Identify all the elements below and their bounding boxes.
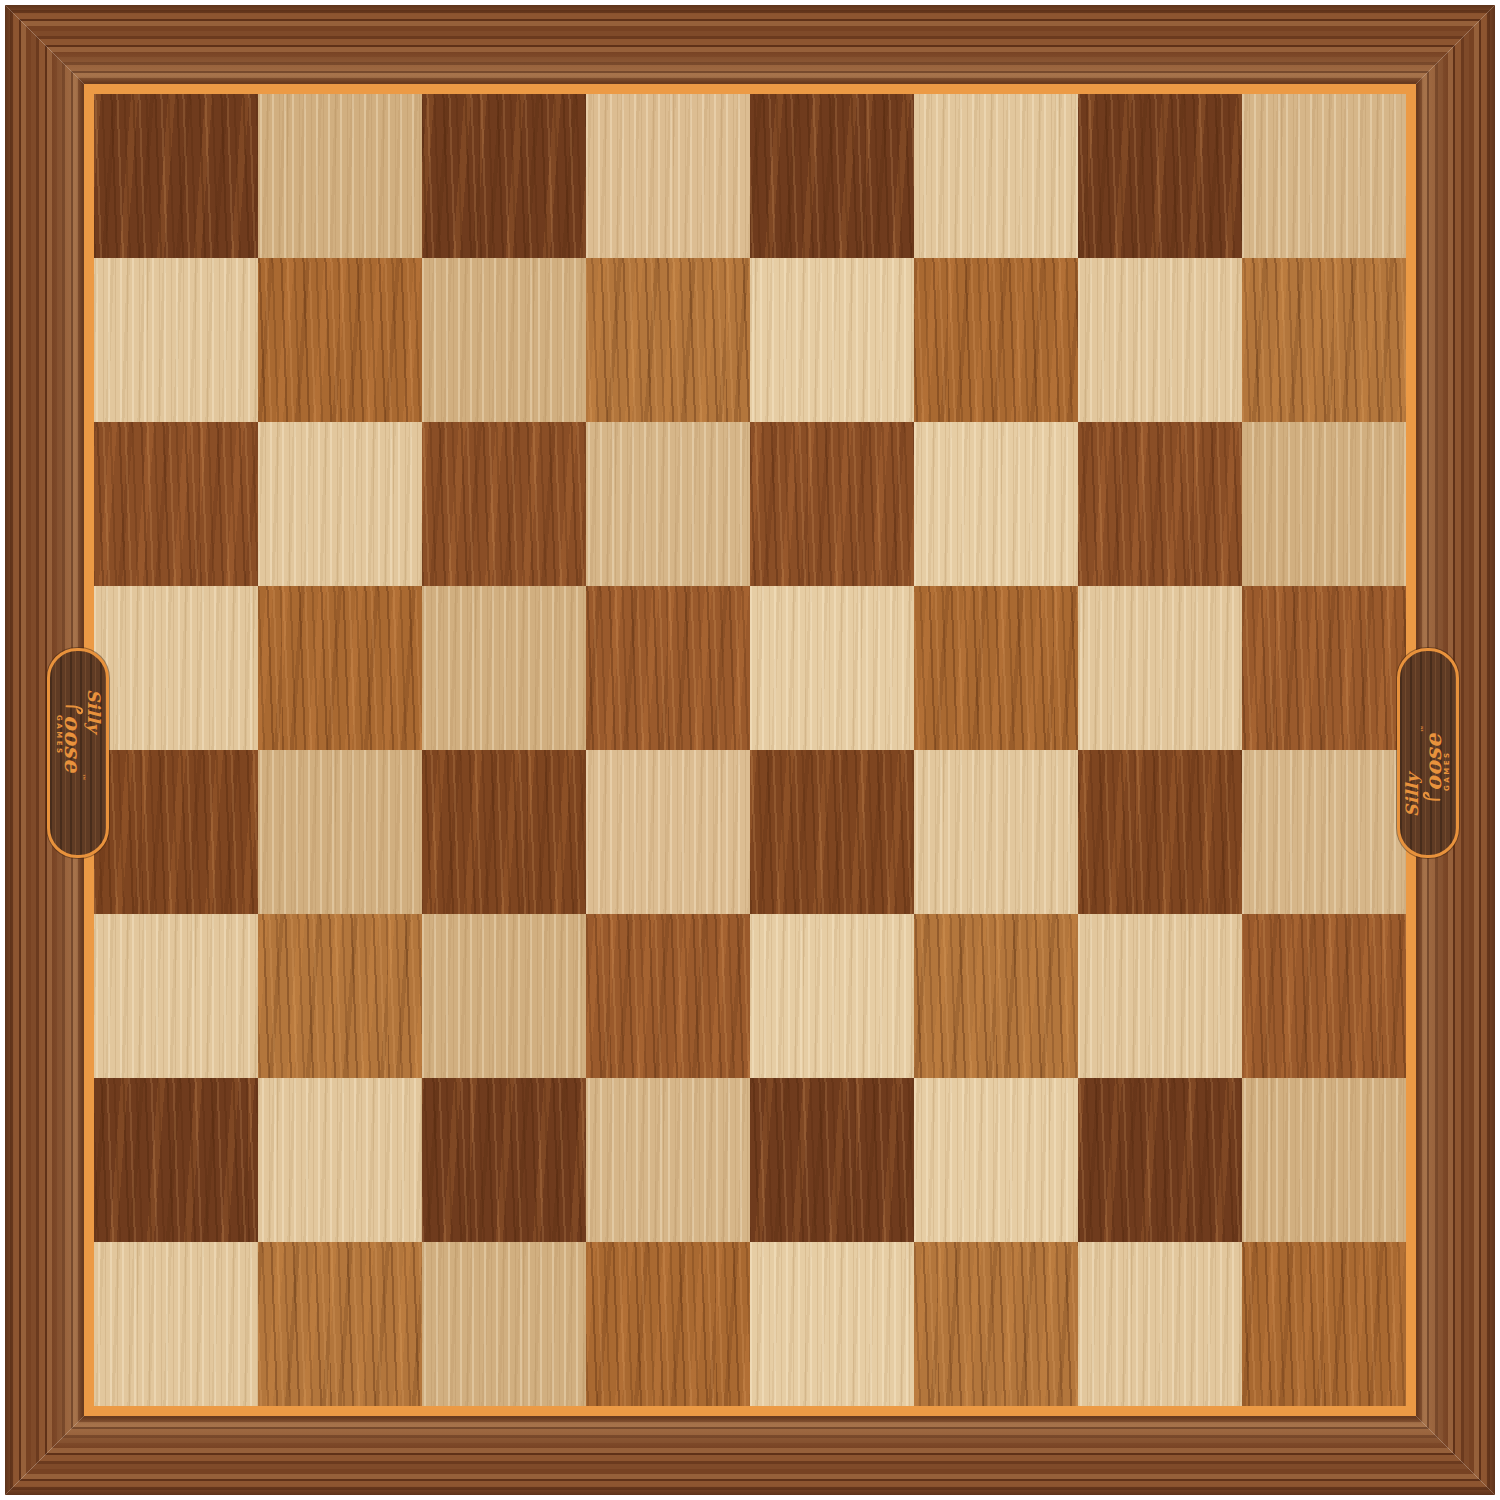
square-f8[interactable] — [914, 94, 1078, 258]
brand-sub-label: GAMES — [55, 715, 63, 843]
brand-name-part1: Silly — [86, 689, 101, 843]
square-c3[interactable] — [422, 914, 586, 1078]
square-f1[interactable] — [914, 1242, 1078, 1406]
brand-name-part1: Silly — [1405, 663, 1420, 817]
square-f5[interactable] — [914, 586, 1078, 750]
square-e1[interactable] — [750, 1242, 914, 1406]
square-b1[interactable] — [258, 1242, 422, 1406]
square-g7[interactable] — [1078, 258, 1242, 422]
square-e2[interactable] — [750, 1078, 914, 1242]
square-g6[interactable] — [1078, 422, 1242, 586]
square-e4[interactable] — [750, 750, 914, 914]
square-d4[interactable] — [586, 750, 750, 914]
brand-name-part2: oose — [1424, 733, 1443, 791]
square-f7[interactable] — [914, 258, 1078, 422]
square-a6[interactable] — [94, 422, 258, 586]
trademark-symbol: ™ — [79, 773, 86, 781]
square-e5[interactable] — [750, 586, 914, 750]
square-a4[interactable] — [94, 750, 258, 914]
square-c2[interactable] — [422, 1078, 586, 1242]
square-c1[interactable] — [422, 1242, 586, 1406]
square-f3[interactable] — [914, 914, 1078, 1078]
square-b8[interactable] — [258, 94, 422, 258]
square-d5[interactable] — [586, 586, 750, 750]
board-frame-top — [5, 5, 1495, 84]
square-b4[interactable] — [258, 750, 422, 914]
square-g4[interactable] — [1078, 750, 1242, 914]
square-d2[interactable] — [586, 1078, 750, 1242]
brand-name-line2: oose™ — [63, 703, 86, 843]
square-f6[interactable] — [914, 422, 1078, 586]
square-h4[interactable] — [1242, 750, 1406, 914]
square-d1[interactable] — [586, 1242, 750, 1406]
square-d6[interactable] — [586, 422, 750, 586]
square-e7[interactable] — [750, 258, 914, 422]
square-a5[interactable] — [94, 586, 258, 750]
brand-plaque-left: Silly oose™ GAMES — [47, 648, 109, 858]
square-c6[interactable] — [422, 422, 586, 586]
square-b7[interactable] — [258, 258, 422, 422]
square-g1[interactable] — [1078, 1242, 1242, 1406]
square-f2[interactable] — [914, 1078, 1078, 1242]
square-c5[interactable] — [422, 586, 586, 750]
brand-plaque-right: Silly oose™ GAMES — [1397, 648, 1459, 858]
square-g2[interactable] — [1078, 1078, 1242, 1242]
square-e8[interactable] — [750, 94, 914, 258]
square-b2[interactable] — [258, 1078, 422, 1242]
square-a8[interactable] — [94, 94, 258, 258]
square-h5[interactable] — [1242, 586, 1406, 750]
board-frame-bottom — [5, 1416, 1495, 1495]
square-c4[interactable] — [422, 750, 586, 914]
brand-name-part2: oose — [63, 715, 82, 773]
square-a2[interactable] — [94, 1078, 258, 1242]
square-d8[interactable] — [586, 94, 750, 258]
square-a7[interactable] — [94, 258, 258, 422]
brand-logo: Silly oose™ GAMES — [54, 663, 102, 843]
square-e3[interactable] — [750, 914, 914, 1078]
square-h2[interactable] — [1242, 1078, 1406, 1242]
brand-name-line2: oose™ — [1420, 663, 1443, 803]
square-d3[interactable] — [586, 914, 750, 1078]
square-b3[interactable] — [258, 914, 422, 1078]
square-g8[interactable] — [1078, 94, 1242, 258]
square-g3[interactable] — [1078, 914, 1242, 1078]
chessboard: Silly oose™ GAMES Silly oose™ GAMES — [5, 5, 1495, 1495]
square-b6[interactable] — [258, 422, 422, 586]
square-a1[interactable] — [94, 1242, 258, 1406]
square-d7[interactable] — [586, 258, 750, 422]
goose-head-icon — [1420, 790, 1442, 803]
square-h8[interactable] — [1242, 94, 1406, 258]
board-squares — [94, 94, 1406, 1406]
square-h7[interactable] — [1242, 258, 1406, 422]
square-c8[interactable] — [422, 94, 586, 258]
brand-sub-label: GAMES — [1443, 663, 1451, 791]
square-h3[interactable] — [1242, 914, 1406, 1078]
square-f4[interactable] — [914, 750, 1078, 914]
square-h1[interactable] — [1242, 1242, 1406, 1406]
square-e6[interactable] — [750, 422, 914, 586]
square-g5[interactable] — [1078, 586, 1242, 750]
square-b5[interactable] — [258, 586, 422, 750]
square-h6[interactable] — [1242, 422, 1406, 586]
square-c7[interactable] — [422, 258, 586, 422]
trademark-symbol: ™ — [1420, 726, 1427, 734]
brand-logo: Silly oose™ GAMES — [1404, 663, 1452, 843]
square-a3[interactable] — [94, 914, 258, 1078]
